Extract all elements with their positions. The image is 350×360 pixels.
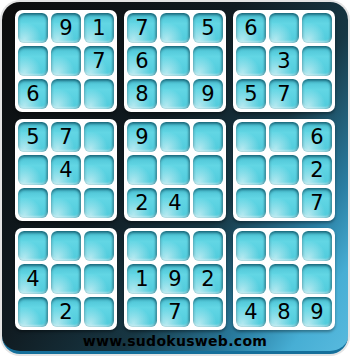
cell-r2c9[interactable] [302, 46, 332, 76]
cell-r7c7[interactable] [236, 231, 266, 261]
cell-r8c2[interactable] [51, 264, 81, 294]
cell-r8c3[interactable] [84, 264, 114, 294]
cell-r6c5[interactable]: 4 [160, 188, 190, 218]
block-1-1: 9176 [15, 10, 117, 112]
cell-r3c9[interactable] [302, 79, 332, 109]
cell-r5c2[interactable]: 4 [51, 155, 81, 185]
block-3-2: 1927 [124, 228, 226, 330]
cell-r8c6[interactable]: 2 [193, 264, 223, 294]
cell-r4c1[interactable]: 5 [18, 122, 48, 152]
cell-r4c2[interactable]: 7 [51, 122, 81, 152]
cell-r6c8[interactable] [269, 188, 299, 218]
cell-r9c9[interactable]: 9 [302, 297, 332, 327]
cell-r2c1[interactable] [18, 46, 48, 76]
cell-r5c4[interactable] [127, 155, 157, 185]
cell-r7c5[interactable] [160, 231, 190, 261]
cell-r4c6[interactable] [193, 122, 223, 152]
block-1-2: 75689 [124, 10, 226, 112]
cell-r9c8[interactable]: 8 [269, 297, 299, 327]
cell-r6c4[interactable]: 2 [127, 188, 157, 218]
cell-r1c3[interactable]: 1 [84, 13, 114, 43]
cell-r9c7[interactable]: 4 [236, 297, 266, 327]
cell-r9c3[interactable] [84, 297, 114, 327]
cell-r1c6[interactable]: 5 [193, 13, 223, 43]
board-frame: 9176756896357574924627421927489 www.sudo… [2, 2, 348, 354]
cell-r1c1[interactable] [18, 13, 48, 43]
cell-r8c9[interactable] [302, 264, 332, 294]
cell-r4c3[interactable] [84, 122, 114, 152]
cell-r5c5[interactable] [160, 155, 190, 185]
website-link[interactable]: www.sudokusweb.com [83, 333, 267, 349]
cell-r5c3[interactable] [84, 155, 114, 185]
cell-r5c1[interactable] [18, 155, 48, 185]
cell-r6c3[interactable] [84, 188, 114, 218]
cell-r4c7[interactable] [236, 122, 266, 152]
cell-r7c6[interactable] [193, 231, 223, 261]
cell-r7c2[interactable] [51, 231, 81, 261]
cell-r3c1[interactable]: 6 [18, 79, 48, 109]
cell-r9c5[interactable]: 7 [160, 297, 190, 327]
cell-r8c4[interactable]: 1 [127, 264, 157, 294]
cell-r7c9[interactable] [302, 231, 332, 261]
cell-r2c2[interactable] [51, 46, 81, 76]
block-2-2: 924 [124, 119, 226, 221]
cell-r2c7[interactable] [236, 46, 266, 76]
block-1-3: 6357 [233, 10, 335, 112]
cell-r3c8[interactable]: 7 [269, 79, 299, 109]
block-3-1: 42 [15, 228, 117, 330]
cell-r1c9[interactable] [302, 13, 332, 43]
cell-r2c4[interactable]: 6 [127, 46, 157, 76]
block-2-3: 627 [233, 119, 335, 221]
cell-r9c1[interactable] [18, 297, 48, 327]
cell-r9c6[interactable] [193, 297, 223, 327]
cell-r4c4[interactable]: 9 [127, 122, 157, 152]
cell-r1c7[interactable]: 6 [236, 13, 266, 43]
cell-r1c2[interactable]: 9 [51, 13, 81, 43]
block-2-1: 574 [15, 119, 117, 221]
cell-r5c9[interactable]: 2 [302, 155, 332, 185]
cell-r6c1[interactable] [18, 188, 48, 218]
cell-r7c8[interactable] [269, 231, 299, 261]
cell-r3c4[interactable]: 8 [127, 79, 157, 109]
cell-r1c4[interactable]: 7 [127, 13, 157, 43]
cell-r4c8[interactable] [269, 122, 299, 152]
cell-r8c5[interactable]: 9 [160, 264, 190, 294]
cell-r2c3[interactable]: 7 [84, 46, 114, 76]
cell-r8c7[interactable] [236, 264, 266, 294]
block-3-3: 489 [233, 228, 335, 330]
cell-r6c7[interactable] [236, 188, 266, 218]
cell-r5c7[interactable] [236, 155, 266, 185]
cell-r7c1[interactable] [18, 231, 48, 261]
cell-r3c3[interactable] [84, 79, 114, 109]
cell-r3c6[interactable]: 9 [193, 79, 223, 109]
cell-r3c2[interactable] [51, 79, 81, 109]
cell-r7c3[interactable] [84, 231, 114, 261]
cell-r3c7[interactable]: 5 [236, 79, 266, 109]
cell-r5c6[interactable] [193, 155, 223, 185]
cell-r2c8[interactable]: 3 [269, 46, 299, 76]
cell-r8c8[interactable] [269, 264, 299, 294]
cell-r1c5[interactable] [160, 13, 190, 43]
cell-r8c1[interactable]: 4 [18, 264, 48, 294]
cell-r6c9[interactable]: 7 [302, 188, 332, 218]
cell-r6c2[interactable] [51, 188, 81, 218]
cell-r4c5[interactable] [160, 122, 190, 152]
cell-r6c6[interactable] [193, 188, 223, 218]
cell-r7c4[interactable] [127, 231, 157, 261]
cell-r1c8[interactable] [269, 13, 299, 43]
sudoku-board: 9176756896357574924627421927489 [15, 10, 335, 330]
cell-r2c6[interactable] [193, 46, 223, 76]
cell-r4c9[interactable]: 6 [302, 122, 332, 152]
cell-r9c4[interactable] [127, 297, 157, 327]
cell-r3c5[interactable] [160, 79, 190, 109]
cell-r5c8[interactable] [269, 155, 299, 185]
footer-bar: www.sudokusweb.com [2, 331, 348, 351]
cell-r9c2[interactable]: 2 [51, 297, 81, 327]
cell-r2c5[interactable] [160, 46, 190, 76]
